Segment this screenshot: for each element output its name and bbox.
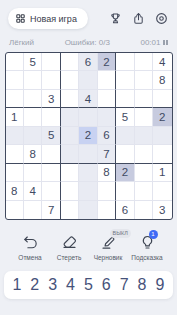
cell-r4c4[interactable] [61, 108, 79, 126]
cell-r7c6[interactable]: 8 [98, 164, 116, 182]
cell-r5c9[interactable] [153, 127, 171, 145]
eraser-icon [61, 233, 78, 251]
cell-r9c4[interactable] [61, 201, 79, 219]
erase-label: Стереть [57, 254, 82, 261]
pause-icon[interactable] [163, 40, 168, 46]
draft-off-badge: ВЫКЛ [110, 229, 131, 238]
cell-r7c4[interactable] [61, 164, 79, 182]
mistakes-label: Ошибки: 0/3 [65, 38, 110, 47]
erase-button[interactable]: Стереть [51, 233, 87, 261]
cell-r7c2[interactable] [24, 164, 42, 182]
cell-r4c8[interactable] [135, 108, 153, 126]
cell-r6c9[interactable] [153, 145, 171, 163]
draft-label: Черновик [94, 254, 123, 261]
numpad-key-4[interactable]: 4 [66, 276, 75, 294]
cell-r9c8[interactable] [135, 201, 153, 219]
cell-r9c6[interactable] [98, 201, 116, 219]
cell-r1c5[interactable]: 6 [79, 53, 97, 71]
cell-r5c4[interactable] [61, 127, 79, 145]
cell-r1c7[interactable] [116, 53, 134, 71]
cell-r9c7[interactable]: 6 [116, 201, 134, 219]
cell-r4c1[interactable]: 1 [6, 108, 24, 126]
cell-r6c6[interactable]: 7 [98, 145, 116, 163]
numpad-key-9[interactable]: 9 [155, 276, 164, 294]
cell-r8c1[interactable]: 8 [6, 182, 24, 200]
cell-r4c5[interactable] [79, 108, 97, 126]
cell-r2c8[interactable] [135, 71, 153, 89]
cell-r8c4[interactable] [61, 182, 79, 200]
numpad-key-7[interactable]: 7 [120, 276, 129, 294]
cell-r3c8[interactable] [135, 90, 153, 108]
cell-r3c9[interactable] [153, 90, 171, 108]
cell-r8c6[interactable] [98, 182, 116, 200]
cell-r2c6[interactable] [98, 71, 116, 89]
cell-r9c2[interactable] [24, 201, 42, 219]
cell-r1c1[interactable] [6, 53, 24, 71]
cell-r1c3[interactable] [42, 53, 60, 71]
cell-r5c8[interactable] [135, 127, 153, 145]
grid-icon [16, 14, 25, 23]
cell-r3c5[interactable]: 4 [79, 90, 97, 108]
timer: 00:01 [140, 38, 168, 47]
cell-r2c2[interactable] [24, 71, 42, 89]
cell-r8c3[interactable] [42, 182, 60, 200]
cell-r8c9[interactable] [153, 182, 171, 200]
cell-r5c2[interactable] [24, 127, 42, 145]
cell-r2c5[interactable] [79, 71, 97, 89]
cell-r9c3[interactable]: 7 [42, 201, 60, 219]
numpad-key-3[interactable]: 3 [48, 276, 57, 294]
cell-r6c7[interactable] [116, 145, 134, 163]
cell-r5c3[interactable]: 5 [42, 127, 60, 145]
cell-r7c9[interactable]: 1 [153, 164, 171, 182]
cell-r5c6[interactable]: 6 [98, 127, 116, 145]
cell-r9c5[interactable] [79, 201, 97, 219]
cell-r7c1[interactable] [6, 164, 24, 182]
cell-r3c6[interactable] [98, 90, 116, 108]
cell-r5c7[interactable] [116, 127, 134, 145]
cell-r5c1[interactable] [6, 127, 24, 145]
header: Новая игра [0, 0, 177, 29]
new-game-label: Новая игра [30, 14, 77, 24]
cell-r7c5[interactable] [79, 164, 97, 182]
numpad-key-6[interactable]: 6 [102, 276, 111, 294]
cell-r8c8[interactable] [135, 182, 153, 200]
trophy-icon[interactable] [109, 12, 122, 25]
sudoku-board: 56248341525268782184763 [5, 52, 173, 220]
numpad-key-1[interactable]: 1 [12, 276, 21, 294]
cell-r2c4[interactable] [61, 71, 79, 89]
numpad-key-5[interactable]: 5 [84, 276, 93, 294]
cell-r2c9[interactable]: 8 [153, 71, 171, 89]
toolbar: Отмена Стереть ВЫКЛ Черновик 1 П [0, 233, 177, 261]
cell-r6c4[interactable] [61, 145, 79, 163]
difficulty-label: Лёгкий [9, 38, 34, 47]
cell-r1c2[interactable]: 5 [24, 53, 42, 71]
settings-icon[interactable] [155, 12, 168, 25]
cell-r1c6[interactable]: 2 [98, 53, 116, 71]
cell-r7c8[interactable] [135, 164, 153, 182]
header-actions [109, 12, 168, 25]
cell-r4c6[interactable] [98, 108, 116, 126]
cell-r8c2[interactable]: 4 [24, 182, 42, 200]
cell-r4c7[interactable]: 5 [116, 108, 134, 126]
cell-r3c1[interactable] [6, 90, 24, 108]
new-game-button[interactable]: Новая игра [8, 8, 88, 29]
hint-count-badge: 1 [149, 230, 158, 239]
cell-r1c4[interactable] [61, 53, 79, 71]
cell-r6c8[interactable] [135, 145, 153, 163]
cell-r7c7[interactable]: 2 [116, 164, 134, 182]
cell-r1c8[interactable] [135, 53, 153, 71]
cell-r4c3[interactable] [42, 108, 60, 126]
timer-value: 00:01 [140, 38, 160, 47]
cell-r1c9[interactable]: 4 [153, 53, 171, 71]
cell-r3c3[interactable]: 3 [42, 90, 60, 108]
cell-r4c9[interactable]: 2 [153, 108, 171, 126]
numpad-key-8[interactable]: 8 [138, 276, 147, 294]
undo-label: Отмена [18, 254, 41, 261]
pencil-icon: ВЫКЛ [100, 233, 117, 251]
cell-r2c7[interactable] [116, 71, 134, 89]
cell-r6c2[interactable]: 8 [24, 145, 42, 163]
numpad: 123456789 [4, 271, 173, 299]
cell-r9c1[interactable] [6, 201, 24, 219]
share-icon[interactable] [132, 12, 145, 25]
bulb-icon: 1 [139, 233, 156, 251]
undo-icon [22, 233, 39, 251]
cell-r4c2[interactable] [24, 108, 42, 126]
cell-r2c3[interactable] [42, 71, 60, 89]
cell-r6c5[interactable] [79, 145, 97, 163]
hint-label: Подсказка [131, 254, 162, 261]
cell-r6c1[interactable] [6, 145, 24, 163]
hint-button[interactable]: 1 Подсказка [129, 233, 165, 261]
cell-r7c3[interactable] [42, 164, 60, 182]
cell-r3c4[interactable] [61, 90, 79, 108]
cell-r9c9[interactable]: 3 [153, 201, 171, 219]
cell-r5c5[interactable]: 2 [79, 127, 97, 145]
cell-r2c1[interactable] [6, 71, 24, 89]
cell-r3c2[interactable] [24, 90, 42, 108]
numpad-key-2[interactable]: 2 [30, 276, 39, 294]
cell-r3c7[interactable] [116, 90, 134, 108]
undo-button[interactable]: Отмена [12, 233, 48, 261]
cell-r6c3[interactable] [42, 145, 60, 163]
draft-button[interactable]: ВЫКЛ Черновик [90, 233, 126, 261]
cell-r8c5[interactable] [79, 182, 97, 200]
status-bar: Лёгкий Ошибки: 0/3 00:01 [0, 38, 177, 47]
cell-r8c7[interactable] [116, 182, 134, 200]
